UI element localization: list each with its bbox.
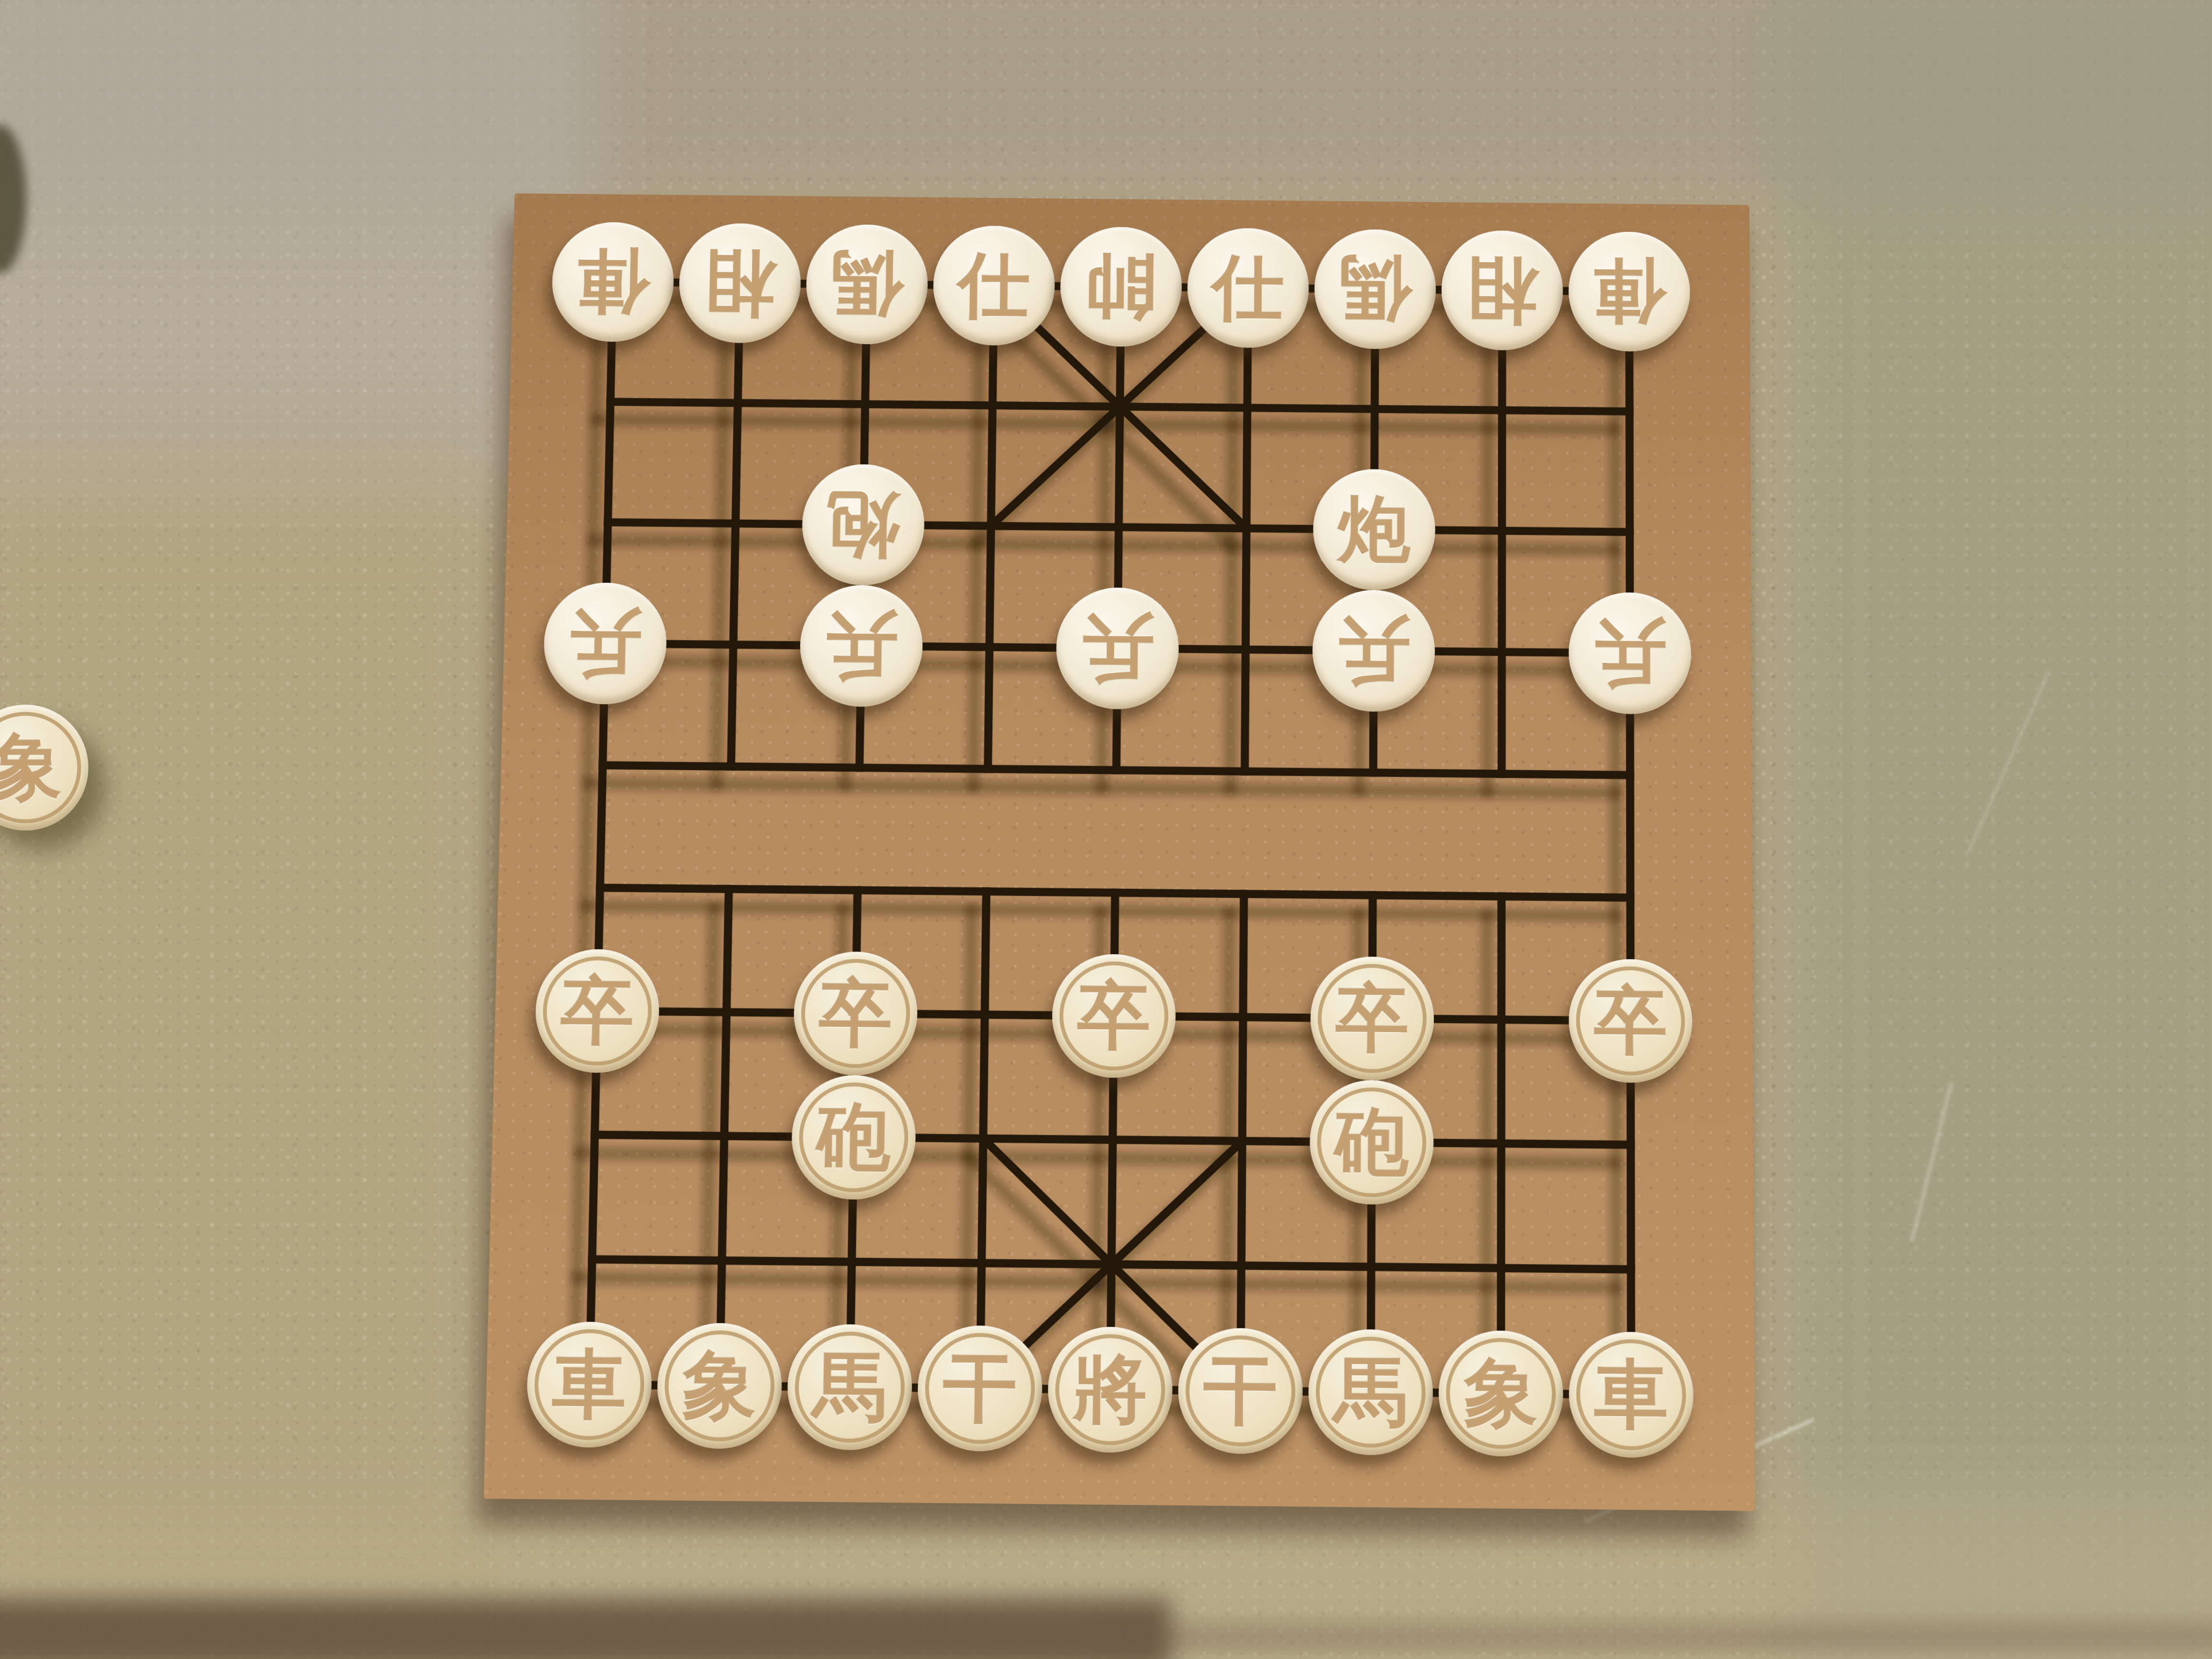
black-cannon[interactable]: 砲: [1310, 1080, 1434, 1205]
piece-layer: 俥相傌仕帥仕傌相俥炮炮兵兵兵兵兵卒卒卒卒卒砲砲車象馬干將干馬象車: [484, 193, 1755, 1511]
piece-glyph: 兵: [567, 582, 643, 705]
red-advisor[interactable]: 仕: [933, 225, 1056, 346]
piece-glyph: 傌: [1339, 229, 1411, 349]
black-chariot[interactable]: 車: [1569, 1331, 1694, 1458]
dark-object-left-edge: [0, 125, 26, 274]
piece-glyph: 仕: [1212, 228, 1285, 348]
black-advisor[interactable]: 干: [917, 1325, 1043, 1452]
piece-glyph: 兵: [1081, 587, 1154, 709]
xiangqi-board: 俥相傌仕帥仕傌相俥炮炮兵兵兵兵兵卒卒卒卒卒砲砲車象馬干將干馬象車: [484, 193, 1755, 1511]
black-advisor[interactable]: 干: [1178, 1328, 1303, 1455]
red-horse[interactable]: 傌: [805, 224, 929, 345]
black-soldier[interactable]: 卒: [793, 951, 918, 1076]
red-chariot[interactable]: 俥: [551, 222, 675, 342]
red-soldier[interactable]: 兵: [1056, 587, 1179, 710]
red-cannon[interactable]: 炮: [801, 464, 925, 586]
red-soldier[interactable]: 兵: [1312, 589, 1435, 712]
red-elephant[interactable]: 相: [1442, 230, 1563, 350]
black-elephant[interactable]: 象: [656, 1322, 783, 1449]
black-soldier[interactable]: 卒: [534, 949, 660, 1073]
red-general[interactable]: 帥: [1060, 227, 1182, 347]
black-soldier[interactable]: 卒: [1052, 954, 1177, 1079]
piece-glyph: 砲: [816, 1075, 891, 1200]
piece-glyph: 帥: [1084, 227, 1158, 347]
black-general[interactable]: 將: [1047, 1326, 1173, 1453]
scratch-line: [1910, 1082, 1953, 1241]
black-cannon[interactable]: 砲: [791, 1075, 916, 1200]
scratch-line: [1966, 671, 2050, 856]
piece-glyph: 卒: [559, 949, 635, 1073]
red-soldier[interactable]: 兵: [799, 585, 924, 708]
piece-glyph: 兵: [824, 585, 899, 707]
piece-glyph: 將: [1072, 1326, 1147, 1453]
engraved-ring: [0, 712, 81, 823]
piece-glyph: 相: [1466, 230, 1538, 351]
piece-glyph: 象: [682, 1323, 758, 1449]
piece-glyph: 卒: [1077, 954, 1151, 1078]
red-advisor[interactable]: 仕: [1187, 228, 1310, 348]
piece-glyph: 車: [1594, 1332, 1668, 1458]
piece-glyph: 傌: [830, 224, 904, 344]
red-chariot[interactable]: 俥: [1569, 231, 1690, 352]
red-horse[interactable]: 傌: [1314, 229, 1436, 349]
black-soldier[interactable]: 卒: [1569, 959, 1692, 1083]
piece-glyph: 卒: [1594, 959, 1667, 1083]
piece-glyph: 車: [551, 1322, 627, 1448]
piece-glyph: 炮: [1338, 469, 1411, 590]
counter-tint-left: [0, 432, 494, 1608]
offboard-black-elephant[interactable]: 象: [0, 705, 88, 830]
black-elephant[interactable]: 象: [1439, 1330, 1563, 1457]
piece-glyph: 象: [0, 705, 62, 830]
piece-glyph: 干: [942, 1325, 1018, 1452]
red-cannon[interactable]: 炮: [1313, 469, 1435, 590]
piece-glyph: 干: [1203, 1328, 1278, 1454]
red-soldier[interactable]: 兵: [1569, 592, 1691, 715]
black-horse[interactable]: 馬: [786, 1324, 913, 1451]
piece-glyph: 象: [1464, 1330, 1538, 1456]
piece-glyph: 相: [703, 223, 777, 343]
piece-glyph: 卒: [818, 951, 893, 1076]
piece-glyph: 炮: [826, 464, 901, 586]
piece-glyph: 砲: [1334, 1080, 1408, 1205]
red-elephant[interactable]: 相: [678, 223, 802, 343]
piece-glyph: 卒: [1335, 956, 1409, 1081]
piece-glyph: 兵: [1594, 592, 1667, 715]
piece-glyph: 馬: [812, 1324, 888, 1450]
black-horse[interactable]: 馬: [1308, 1329, 1433, 1455]
countertop-photo: 俥相傌仕帥仕傌相俥炮炮兵兵兵兵兵卒卒卒卒卒砲砲車象馬干將干馬象車 象: [0, 0, 2212, 1659]
piece-glyph: 兵: [1337, 590, 1410, 712]
black-chariot[interactable]: 車: [526, 1321, 653, 1448]
counter-tint-right: [1786, 0, 2212, 1659]
counter-tint-top: [0, 0, 2212, 211]
black-soldier[interactable]: 卒: [1310, 956, 1434, 1081]
piece-glyph: 俥: [576, 222, 650, 342]
counter-seam-shadow: [0, 1599, 1171, 1659]
piece-glyph: 馬: [1334, 1329, 1408, 1455]
counter-seam-shadow-right: [1104, 1623, 2212, 1651]
piece-glyph: 仕: [957, 226, 1031, 346]
red-soldier[interactable]: 兵: [543, 582, 668, 705]
piece-glyph: 俥: [1593, 231, 1666, 352]
